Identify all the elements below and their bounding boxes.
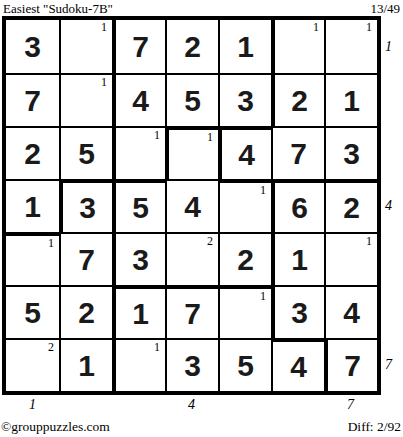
- cell-r7c4[interactable]: 3: [165, 338, 218, 391]
- pencil-mark: 1: [260, 184, 266, 196]
- pencil-mark: 1: [366, 235, 372, 247]
- cell-r5c7[interactable]: 1: [324, 232, 377, 285]
- given-digit: 3: [79, 193, 96, 223]
- cell-r1c7[interactable]: 1: [324, 20, 377, 73]
- cell-r6c3[interactable]: 1: [112, 285, 165, 338]
- given-digit: 7: [78, 245, 95, 275]
- given-digit: 7: [344, 351, 361, 381]
- given-digit: 3: [291, 298, 308, 328]
- cell-r7c3[interactable]: 1: [112, 338, 165, 391]
- pencil-mark: 1: [101, 21, 107, 33]
- cell-r4c7[interactable]: 2: [324, 179, 377, 232]
- cell-r2c5[interactable]: 3: [218, 73, 271, 126]
- given-digit: 1: [237, 32, 254, 62]
- cell-r3c3[interactable]: 1: [112, 126, 165, 179]
- pencil-mark: 1: [48, 237, 54, 249]
- cell-r5c2[interactable]: 7: [59, 232, 112, 285]
- cell-r5c3[interactable]: 3: [112, 232, 165, 285]
- pencil-mark: 1: [101, 76, 107, 88]
- cell-r4c2[interactable]: 3: [59, 179, 112, 232]
- row-label-4: 4: [381, 199, 403, 213]
- given-digit: 4: [343, 298, 360, 328]
- pencil-mark: 1: [313, 21, 319, 33]
- given-digit: 3: [343, 139, 360, 169]
- pencil-mark: 2: [207, 235, 213, 247]
- given-digit: 1: [78, 351, 95, 381]
- cell-r7c6[interactable]: 4: [271, 338, 324, 391]
- cell-r7c2[interactable]: 1: [59, 338, 112, 391]
- given-digit: 3: [237, 86, 254, 116]
- copyright-text: ©grouppuzzles.com: [1, 419, 110, 435]
- difficulty-text: Diff: 2/92: [348, 419, 401, 435]
- given-digit: 5: [237, 351, 254, 381]
- cell-r6c6[interactable]: 3: [271, 285, 324, 338]
- given-digit: 5: [78, 139, 95, 169]
- solved-counter: 13/49: [370, 1, 400, 17]
- given-digit: 4: [238, 140, 255, 170]
- given-digit: 7: [184, 299, 201, 329]
- given-digit: 3: [184, 351, 201, 381]
- col-label-4: 4: [182, 398, 202, 412]
- cell-r3c2[interactable]: 5: [59, 126, 112, 179]
- cell-r4c4[interactable]: 4: [165, 179, 218, 232]
- given-digit: 7: [290, 139, 307, 169]
- pencil-mark: 2: [48, 341, 54, 353]
- pencil-mark: 1: [154, 129, 160, 141]
- cell-r2c7[interactable]: 1: [324, 73, 377, 126]
- given-digit: 5: [184, 86, 201, 116]
- puzzle-title: Easiest "Sudoku-7B": [3, 1, 113, 17]
- given-digit: 1: [343, 86, 360, 116]
- cell-r3c4[interactable]: 1: [165, 126, 218, 179]
- cell-r6c7[interactable]: 4: [324, 285, 377, 338]
- cell-r7c7[interactable]: 7: [324, 338, 377, 391]
- cell-r1c5[interactable]: 1: [218, 20, 271, 73]
- cell-r7c1[interactable]: 2: [6, 338, 59, 391]
- cell-r1c4[interactable]: 2: [165, 20, 218, 73]
- pencil-mark: 1: [260, 290, 266, 302]
- cell-r4c3[interactable]: 5: [112, 179, 165, 232]
- cell-r6c4[interactable]: 7: [165, 285, 218, 338]
- puzzle-page: Easiest "Sudoku-7B" 13/49 31721117145321…: [0, 0, 403, 437]
- given-digit: 3: [24, 32, 41, 62]
- cell-r5c4[interactable]: 2: [165, 232, 218, 285]
- col-label-7: 7: [341, 398, 361, 412]
- cell-r2c3[interactable]: 4: [112, 73, 165, 126]
- cell-r1c2[interactable]: 1: [59, 20, 112, 73]
- cell-r4c5[interactable]: 1: [218, 179, 271, 232]
- given-digit: 2: [24, 139, 41, 169]
- cell-r3c1[interactable]: 2: [6, 126, 59, 179]
- given-digit: 4: [290, 352, 307, 382]
- pencil-mark: 1: [366, 21, 372, 33]
- sudoku-board: 3172111714532125114731354162173221152171…: [2, 16, 381, 395]
- cell-r3c5[interactable]: 4: [218, 126, 271, 179]
- given-digit: 5: [132, 193, 149, 223]
- row-label-1: 1: [381, 40, 403, 54]
- given-digit: 1: [24, 192, 41, 222]
- cell-r2c2[interactable]: 1: [59, 73, 112, 126]
- given-digit: 7: [132, 32, 149, 62]
- given-digit: 2: [184, 32, 201, 62]
- cell-r6c2[interactable]: 2: [59, 285, 112, 338]
- given-digit: 5: [24, 298, 41, 328]
- cell-r3c7[interactable]: 3: [324, 126, 377, 179]
- given-digit: 3: [132, 245, 149, 275]
- given-digit: 2: [78, 298, 95, 328]
- row-label-7: 7: [381, 358, 403, 372]
- cell-r6c1[interactable]: 5: [6, 285, 59, 338]
- given-digit: 4: [132, 86, 149, 116]
- cell-r1c1[interactable]: 3: [6, 20, 59, 73]
- cell-r3c6[interactable]: 7: [271, 126, 324, 179]
- given-digit: 6: [291, 193, 308, 223]
- cell-r4c6[interactable]: 6: [271, 179, 324, 232]
- cell-r2c6[interactable]: 2: [271, 73, 324, 126]
- cell-r7c5[interactable]: 5: [218, 338, 271, 391]
- given-digit: 2: [343, 193, 360, 223]
- given-digit: 7: [24, 86, 41, 116]
- cell-r2c1[interactable]: 7: [6, 73, 59, 126]
- given-digit: 2: [237, 245, 254, 275]
- cell-r5c1[interactable]: 1: [6, 232, 59, 285]
- cell-r5c6[interactable]: 1: [271, 232, 324, 285]
- col-label-1: 1: [23, 398, 43, 412]
- given-digit: 4: [184, 192, 201, 222]
- given-digit: 1: [291, 245, 308, 275]
- given-digit: 1: [132, 299, 149, 329]
- cell-r1c6[interactable]: 1: [271, 20, 324, 73]
- pencil-mark: 1: [154, 341, 160, 353]
- pencil-mark: 1: [207, 131, 213, 143]
- cell-r6c5[interactable]: 1: [218, 285, 271, 338]
- cell-r5c5[interactable]: 2: [218, 232, 271, 285]
- cell-r4c1[interactable]: 1: [6, 179, 59, 232]
- given-digit: 2: [291, 86, 308, 116]
- cell-r1c3[interactable]: 7: [112, 20, 165, 73]
- cell-r2c4[interactable]: 5: [165, 73, 218, 126]
